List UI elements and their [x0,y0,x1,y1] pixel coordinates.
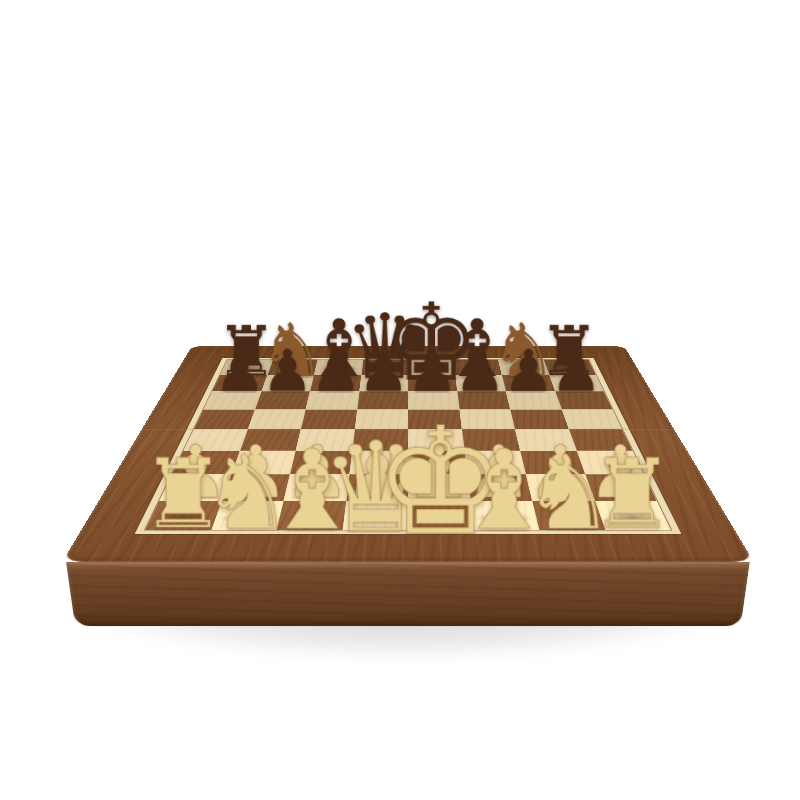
square-g6[interactable] [506,391,561,409]
square-c7[interactable]: ♟ [310,375,361,392]
square-a6[interactable] [203,391,261,409]
square-b6[interactable] [255,391,310,409]
chess-set-photo: ♜♞♝♛♚♝♞♜♟♟♟♟♟♟♟♟♟♟♟♟♟♟♟♟♜♞♝♛♚♝♞♜ [0,0,800,800]
square-e7[interactable]: ♟ [408,375,457,392]
square-b7[interactable]: ♟ [261,375,314,392]
square-f7[interactable]: ♟ [455,375,506,392]
box-front-face [66,562,750,626]
square-g7[interactable]: ♟ [502,375,555,392]
piece-glyph: ♟ [262,342,314,400]
piece-glyph: ♟ [502,342,554,400]
square-d7[interactable]: ♟ [359,375,408,392]
square-h6[interactable] [555,391,613,409]
piece-glyph: ♟ [214,342,266,400]
square-h1[interactable]: ♜ [594,501,670,530]
piece-glyph: ♟ [358,342,410,400]
square-c6[interactable] [306,391,359,409]
square-surface [506,391,561,409]
square-h5[interactable] [561,409,622,429]
square-surface [306,391,359,409]
square-surface [203,391,261,409]
square-a5[interactable] [194,409,255,429]
board-3d-stage: ♜♞♝♛♚♝♞♜♟♟♟♟♟♟♟♟♟♟♟♟♟♟♟♟♜♞♝♛♚♝♞♜ [142,163,674,695]
piece-glyph: ♟ [406,342,458,400]
square-surface [255,391,310,409]
board-squares: ♜♞♝♛♚♝♞♜♟♟♟♟♟♟♟♟♟♟♟♟♟♟♟♟♜♞♝♛♚♝♞♜ [145,360,671,530]
maple-inlay-border: ♜♞♝♛♚♝♞♜♟♟♟♟♟♟♟♟♟♟♟♟♟♟♟♟♜♞♝♛♚♝♞♜ [135,358,682,534]
piece-glyph: ♟ [310,342,362,400]
chess-board: ♜♞♝♛♚♝♞♜♟♟♟♟♟♟♟♟♟♟♟♟♟♟♟♟♜♞♝♛♚♝♞♜ [62,346,754,562]
square-a7[interactable]: ♟ [212,375,267,392]
piece-glyph: ♟ [454,342,506,400]
square-surface [194,409,255,429]
square-surface [561,409,622,429]
square-h7[interactable]: ♟ [549,375,604,392]
piece-glyph: ♟ [551,342,603,400]
square-surface [555,391,613,409]
